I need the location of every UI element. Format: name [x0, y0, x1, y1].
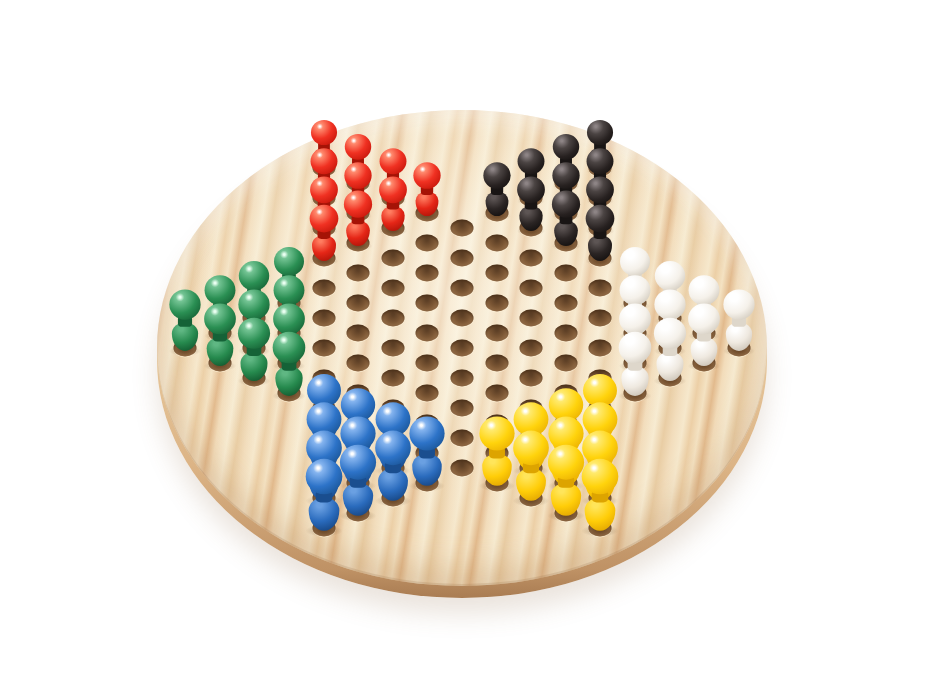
white-peg-base — [691, 337, 718, 366]
black-peg-base — [520, 206, 543, 231]
green-peg-head — [239, 289, 270, 319]
board-hole[interactable] — [451, 310, 474, 327]
yellow-peg-head — [479, 417, 514, 451]
peg-blue[interactable] — [304, 459, 344, 532]
peg-blue[interactable] — [373, 431, 412, 502]
white-peg-head — [620, 275, 651, 305]
peg-red[interactable] — [343, 191, 374, 247]
peg-green[interactable] — [237, 318, 272, 382]
green-peg-head — [273, 304, 305, 335]
board-hole[interactable] — [554, 325, 577, 342]
white-peg-head — [654, 261, 684, 290]
red-peg-head — [309, 205, 338, 233]
peg-blue[interactable] — [408, 417, 447, 487]
white-peg-base — [621, 366, 648, 395]
peg-white[interactable] — [722, 289, 756, 352]
board-hole[interactable] — [451, 400, 474, 417]
green-peg-base — [172, 323, 198, 351]
black-peg-head — [586, 176, 614, 203]
blue-peg-head — [340, 445, 376, 480]
peg-yellow[interactable] — [580, 459, 620, 532]
blue-peg-head — [375, 431, 411, 466]
peg-blue[interactable] — [338, 445, 378, 517]
white-peg-head — [619, 332, 652, 364]
peg-yellow[interactable] — [477, 417, 516, 487]
red-peg-head — [310, 148, 337, 174]
board-hole[interactable] — [451, 220, 474, 237]
peg-yellow[interactable] — [512, 431, 551, 502]
board-hole[interactable] — [381, 370, 404, 387]
green-peg-head — [274, 275, 305, 305]
green-peg-head — [204, 275, 235, 305]
board-hole[interactable] — [485, 355, 508, 372]
red-peg-head — [345, 134, 371, 160]
peg-red[interactable] — [308, 205, 339, 262]
board-hole[interactable] — [520, 280, 543, 297]
board-hole[interactable] — [520, 340, 543, 357]
board-hole[interactable] — [485, 295, 508, 312]
board-hole[interactable] — [416, 295, 439, 312]
board-hole[interactable] — [451, 460, 474, 477]
black-peg-base — [485, 191, 508, 216]
red-peg-head — [414, 162, 441, 188]
red-peg-head — [311, 120, 337, 145]
green-peg-head — [238, 318, 270, 349]
board-hole[interactable] — [416, 385, 439, 402]
blue-peg-base — [413, 454, 443, 486]
black-peg-head — [587, 120, 613, 145]
green-peg-head — [239, 261, 269, 290]
green-peg-head — [170, 289, 201, 319]
board-hole[interactable] — [589, 340, 612, 357]
peg-red[interactable] — [412, 162, 442, 217]
peg-green[interactable] — [202, 304, 237, 367]
board-hole[interactable] — [416, 355, 439, 372]
yellow-peg-base — [551, 483, 581, 516]
peg-black[interactable] — [482, 162, 512, 217]
white-peg-head — [620, 247, 650, 276]
board-hole[interactable] — [416, 325, 439, 342]
white-peg-head — [688, 304, 720, 335]
yellow-peg-base — [482, 454, 512, 486]
yellow-peg-base — [585, 498, 616, 531]
board-hole[interactable] — [554, 295, 577, 312]
board-hole[interactable] — [312, 280, 335, 297]
board-hole[interactable] — [589, 280, 612, 297]
peg-black[interactable] — [516, 176, 546, 232]
black-peg-head — [552, 162, 579, 188]
photo-scene — [0, 0, 928, 686]
white-peg-head — [654, 318, 686, 349]
board-hole[interactable] — [451, 280, 474, 297]
board-hole[interactable] — [485, 325, 508, 342]
board-hole[interactable] — [416, 235, 439, 252]
green-peg-base — [275, 366, 302, 395]
peg-green[interactable] — [271, 332, 307, 397]
board-hole[interactable] — [312, 310, 335, 327]
red-peg-head — [344, 191, 372, 218]
red-peg-base — [416, 191, 439, 216]
board-hole[interactable] — [416, 265, 439, 282]
red-peg-base — [312, 235, 336, 261]
green-peg-base — [241, 352, 268, 381]
white-peg-head — [723, 289, 754, 319]
white-peg-head — [619, 304, 651, 335]
board-hole[interactable] — [381, 310, 404, 327]
blue-peg-base — [308, 498, 339, 531]
peg-black[interactable] — [550, 191, 581, 247]
board-hole[interactable] — [347, 265, 370, 282]
board-hole[interactable] — [485, 235, 508, 252]
blue-peg-base — [343, 483, 373, 516]
board-hole[interactable] — [554, 355, 577, 372]
green-peg-base — [206, 337, 233, 366]
board-hole[interactable] — [381, 280, 404, 297]
red-peg-head — [379, 148, 406, 174]
black-peg-base — [554, 221, 578, 247]
white-peg-head — [654, 289, 685, 319]
yellow-peg-head — [548, 445, 584, 480]
board-hole[interactable] — [347, 325, 370, 342]
board-hole[interactable] — [485, 385, 508, 402]
board-hole[interactable] — [554, 265, 577, 282]
board-hole[interactable] — [520, 370, 543, 387]
black-peg-base — [588, 235, 612, 261]
red-peg-head — [310, 176, 338, 203]
board-hole[interactable] — [485, 265, 508, 282]
black-peg-head — [552, 191, 580, 218]
green-peg-head — [273, 332, 306, 364]
board-hole[interactable] — [347, 295, 370, 312]
peg-white[interactable] — [652, 318, 687, 382]
red-peg-head — [345, 162, 372, 188]
board-hole[interactable] — [451, 340, 474, 357]
yellow-peg-head — [582, 459, 619, 494]
board-hole[interactable] — [381, 340, 404, 357]
board-hole[interactable] — [520, 250, 543, 267]
board-hole[interactable] — [520, 310, 543, 327]
board-hole[interactable] — [347, 355, 370, 372]
yellow-peg-base — [516, 469, 546, 501]
white-peg-base — [656, 352, 683, 381]
black-peg-head — [553, 134, 579, 160]
board-hole[interactable] — [451, 370, 474, 387]
board-hole[interactable] — [451, 250, 474, 267]
red-peg-head — [379, 176, 407, 203]
peg-black[interactable] — [585, 205, 616, 262]
board-hole[interactable] — [312, 340, 335, 357]
red-peg-base — [381, 206, 404, 231]
yellow-peg-head — [513, 431, 549, 466]
black-peg-head — [483, 162, 510, 188]
board-hole[interactable] — [381, 250, 404, 267]
black-peg-head — [517, 176, 545, 203]
black-peg-head — [587, 148, 614, 174]
white-peg-head — [689, 275, 720, 305]
blue-peg-base — [378, 469, 408, 501]
blue-peg-head — [305, 459, 342, 494]
board-hole[interactable] — [451, 430, 474, 447]
green-peg-head — [274, 247, 304, 276]
peg-green[interactable] — [168, 289, 202, 352]
black-peg-head — [586, 205, 615, 233]
green-peg-head — [204, 304, 236, 335]
white-peg-base — [726, 323, 752, 351]
blue-peg-head — [410, 417, 445, 451]
red-peg-base — [346, 221, 370, 247]
peg-white[interactable] — [617, 332, 653, 397]
peg-red[interactable] — [378, 176, 408, 232]
board-hole[interactable] — [589, 310, 612, 327]
peg-white[interactable] — [687, 304, 722, 367]
black-peg-head — [518, 148, 545, 174]
